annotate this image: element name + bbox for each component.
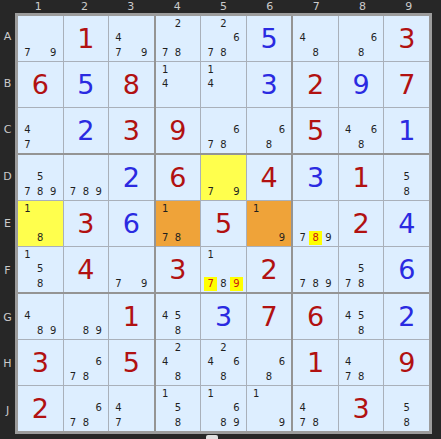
candidate-1: 1 — [204, 387, 217, 401]
cell-C1[interactable]: 47 — [18, 108, 63, 153]
empty-slot — [355, 109, 368, 123]
cell-value: 2 — [123, 164, 140, 191]
cell-value: 2 — [353, 210, 370, 237]
cell-value: 3 — [169, 256, 186, 283]
empty-slot — [67, 309, 80, 323]
candidate-grid: 789 — [67, 156, 106, 199]
empty-slot — [322, 17, 335, 31]
cell-H1[interactable]: 3 — [18, 340, 63, 385]
cell-value: 9 — [398, 349, 415, 376]
cell-G4[interactable]: 458 — [156, 294, 201, 339]
empty-slot — [138, 387, 151, 401]
candidate-grid: 19 — [250, 202, 289, 245]
empty-slot — [342, 248, 355, 262]
candidate-4: 4 — [112, 401, 125, 415]
cell-J9[interactable]: 58 — [384, 386, 429, 431]
empty-slot — [250, 401, 263, 415]
cell-B4[interactable]: 14 — [156, 62, 201, 107]
cell-value: 9 — [169, 117, 186, 144]
empty-slot — [204, 31, 217, 45]
cell-D8[interactable]: 1 — [339, 155, 384, 200]
cell-E5[interactable]: 5 — [201, 201, 246, 246]
empty-slot — [125, 277, 138, 291]
candidate-8: 8 — [34, 231, 47, 245]
empty-slot — [322, 216, 335, 230]
empty-slot — [387, 170, 400, 184]
candidate-1: 1 — [21, 248, 34, 262]
cell-B8[interactable]: 9 — [339, 62, 384, 107]
box-7: 48989136785267847 — [18, 294, 154, 431]
empty-slot — [21, 31, 34, 45]
candidate-1: 1 — [159, 387, 172, 401]
candidate-9: 9 — [322, 277, 335, 291]
empty-slot — [204, 401, 217, 415]
empty-slot — [275, 216, 288, 230]
cell-G1[interactable]: 489 — [18, 294, 63, 339]
candidate-grid: 79 — [112, 248, 151, 291]
empty-slot — [263, 401, 276, 415]
cell-E6[interactable]: 19 — [247, 201, 292, 246]
cell-H2[interactable]: 678 — [64, 340, 109, 385]
cell-C2[interactable]: 2 — [64, 108, 109, 153]
empty-slot — [79, 156, 92, 170]
empty-slot — [67, 156, 80, 170]
candidate-8: 8 — [34, 185, 47, 199]
cell-A3[interactable]: 479 — [109, 16, 154, 61]
empty-slot — [275, 138, 288, 152]
column-label-6: 6 — [247, 0, 293, 13]
cell-H4[interactable]: 248 — [156, 340, 201, 385]
cell-J7[interactable]: 478 — [293, 386, 338, 431]
empty-slot — [159, 216, 172, 230]
cell-F7[interactable]: 789 — [293, 247, 338, 292]
cell-D4[interactable]: 6 — [156, 155, 201, 200]
cell-G6[interactable]: 7 — [247, 294, 292, 339]
candidate-9: 9 — [230, 185, 243, 199]
cell-D2[interactable]: 789 — [64, 155, 109, 200]
empty-slot — [34, 216, 47, 230]
candidate-1: 1 — [204, 63, 217, 77]
box-1: 7914796584723 — [18, 16, 154, 153]
box-3: 4868329754681 — [293, 16, 429, 153]
cell-F6[interactable]: 2 — [247, 247, 292, 292]
candidate-2: 2 — [172, 17, 185, 31]
cell-H3[interactable]: 5 — [109, 340, 154, 385]
cell-F9[interactable]: 6 — [384, 247, 429, 292]
box-2: 2782678514143967868 — [156, 16, 292, 153]
cell-value: 3 — [353, 395, 370, 422]
candidate-grid: 468 — [342, 109, 381, 152]
empty-slot — [387, 185, 400, 199]
empty-slot — [355, 295, 368, 309]
cell-value: 2 — [77, 117, 94, 144]
empty-slot — [172, 92, 185, 106]
empty-slot — [217, 31, 230, 45]
candidate-8: 8 — [172, 231, 185, 245]
cell-A8[interactable]: 68 — [339, 16, 384, 61]
candidate-grid: 2678 — [204, 17, 243, 60]
empty-slot — [230, 77, 243, 91]
empty-slot — [21, 156, 34, 170]
cell-A7[interactable]: 48 — [293, 16, 338, 61]
empty-slot — [184, 341, 197, 355]
candidate-grid: 489 — [21, 295, 60, 338]
empty-slot — [309, 401, 322, 415]
empty-slot — [172, 31, 185, 45]
empty-slot — [296, 46, 309, 60]
candidate-2: 2 — [217, 17, 230, 31]
cell-B2[interactable]: 5 — [64, 62, 109, 107]
candidate-7: 7 — [296, 416, 309, 430]
cell-D7[interactable]: 3 — [293, 155, 338, 200]
empty-slot — [184, 295, 197, 309]
candidate-grid: 158 — [159, 387, 198, 430]
empty-slot — [296, 262, 309, 276]
box-8: 45837248246868158168919 — [156, 294, 292, 431]
cell-J8[interactable]: 3 — [339, 386, 384, 431]
candidate-2: 2 — [172, 341, 185, 355]
candidate-grid: 89 — [67, 295, 106, 338]
column-labels: 123456789 — [15, 0, 432, 13]
empty-slot — [342, 295, 355, 309]
empty-slot — [368, 109, 381, 123]
cell-J4[interactable]: 158 — [156, 386, 201, 431]
empty-slot — [47, 170, 60, 184]
cell-G9[interactable]: 2 — [384, 294, 429, 339]
cell-A1[interactable]: 79 — [18, 16, 63, 61]
empty-slot — [204, 123, 217, 137]
candidate-grid: 19 — [250, 387, 289, 430]
cell-G7[interactable]: 6 — [293, 294, 338, 339]
cell-A2[interactable]: 1 — [64, 16, 109, 61]
empty-slot — [184, 77, 197, 91]
empty-slot — [342, 324, 355, 338]
cell-H5[interactable]: 2468 — [201, 340, 246, 385]
column-label-1: 1 — [15, 0, 61, 13]
cell-E3[interactable]: 6 — [109, 201, 154, 246]
cell-C5[interactable]: 678 — [201, 108, 246, 153]
candidate-7: 7 — [112, 46, 125, 60]
empty-slot — [368, 277, 381, 291]
candidate-4: 4 — [112, 31, 125, 45]
empty-slot — [47, 123, 60, 137]
candidate-8: 8 — [79, 185, 92, 199]
candidate-6: 6 — [275, 355, 288, 369]
empty-slot — [413, 401, 426, 415]
empty-slot — [309, 387, 322, 401]
empty-slot — [263, 109, 276, 123]
cell-D5[interactable]: 79 — [201, 155, 246, 200]
candidate-8: 8 — [79, 416, 92, 430]
cell-E2[interactable]: 3 — [64, 201, 109, 246]
empty-slot — [92, 387, 105, 401]
candidate-7: 7 — [112, 277, 125, 291]
empty-slot — [21, 216, 34, 230]
empty-slot — [217, 123, 230, 137]
empty-slot — [159, 370, 172, 384]
candidate-7: 7 — [67, 185, 80, 199]
cell-G2[interactable]: 89 — [64, 294, 109, 339]
candidate-1: 1 — [250, 387, 263, 401]
candidate-9: 9 — [92, 185, 105, 199]
cell-B3[interactable]: 8 — [109, 62, 154, 107]
empty-slot — [92, 156, 105, 170]
candidate-grid: 68 — [250, 341, 289, 384]
candidate-4: 4 — [296, 401, 309, 415]
empty-slot — [413, 416, 426, 430]
candidate-7: 7 — [67, 416, 80, 430]
candidate-7: 7 — [204, 277, 217, 291]
candidate-5: 5 — [34, 170, 47, 184]
row-label-G: G — [0, 294, 15, 341]
empty-slot — [125, 387, 138, 401]
empty-slot — [34, 309, 47, 323]
empty-slot — [400, 156, 413, 170]
candidate-5: 5 — [355, 262, 368, 276]
candidate-9: 9 — [138, 46, 151, 60]
empty-slot — [230, 138, 243, 152]
empty-slot — [184, 46, 197, 60]
cell-J5[interactable]: 1689 — [201, 386, 246, 431]
empty-slot — [230, 17, 243, 31]
empty-slot — [322, 416, 335, 430]
empty-slot — [21, 277, 34, 291]
cell-value: 6 — [123, 210, 140, 237]
candidate-7: 7 — [204, 185, 217, 199]
cell-value: 3 — [215, 303, 232, 330]
empty-slot — [230, 46, 243, 60]
cell-J3[interactable]: 47 — [109, 386, 154, 431]
empty-slot — [309, 202, 322, 216]
cell-J2[interactable]: 678 — [64, 386, 109, 431]
empty-slot — [275, 202, 288, 216]
cell-E7[interactable]: 789 — [293, 201, 338, 246]
empty-slot — [368, 248, 381, 262]
row-label-B: B — [0, 60, 15, 107]
empty-slot — [355, 341, 368, 355]
empty-slot — [47, 202, 60, 216]
empty-slot — [112, 387, 125, 401]
candidate-7: 7 — [342, 277, 355, 291]
cell-H6[interactable]: 68 — [247, 340, 292, 385]
candidate-5: 5 — [355, 309, 368, 323]
empty-slot — [355, 248, 368, 262]
empty-slot — [217, 262, 230, 276]
empty-slot — [138, 262, 151, 276]
candidate-6: 6 — [230, 355, 243, 369]
cell-C9[interactable]: 1 — [384, 108, 429, 153]
cell-A5[interactable]: 2678 — [201, 16, 246, 61]
empty-slot — [159, 31, 172, 45]
cell-C7[interactable]: 5 — [293, 108, 338, 153]
empty-slot — [296, 387, 309, 401]
cell-value: 4 — [398, 210, 415, 237]
column-label-2: 2 — [61, 0, 107, 13]
candidate-1: 1 — [159, 63, 172, 77]
cell-H8[interactable]: 478 — [339, 340, 384, 385]
empty-slot — [34, 138, 47, 152]
empty-slot — [138, 416, 151, 430]
cell-F8[interactable]: 578 — [339, 247, 384, 292]
candidate-6: 6 — [368, 31, 381, 45]
cell-D1[interactable]: 5789 — [18, 155, 63, 200]
empty-slot — [92, 295, 105, 309]
column-label-9: 9 — [386, 0, 432, 13]
cell-J6[interactable]: 19 — [247, 386, 292, 431]
empty-slot — [309, 17, 322, 31]
row-label-J: J — [0, 387, 15, 434]
cell-J1[interactable]: 2 — [18, 386, 63, 431]
candidate-7: 7 — [67, 370, 80, 384]
empty-slot — [125, 416, 138, 430]
candidate-8: 8 — [217, 277, 230, 291]
empty-slot — [230, 387, 243, 401]
empty-slot — [217, 401, 230, 415]
empty-slot — [204, 92, 217, 106]
candidate-grid: 158 — [21, 248, 60, 291]
cell-G8[interactable]: 458 — [339, 294, 384, 339]
empty-slot — [67, 401, 80, 415]
cell-H9[interactable]: 9 — [384, 340, 429, 385]
empty-slot — [47, 309, 60, 323]
candidate-grid: 178 — [159, 202, 198, 245]
empty-slot — [159, 92, 172, 106]
empty-slot — [368, 309, 381, 323]
candidate-8: 8 — [400, 185, 413, 199]
empty-slot — [172, 295, 185, 309]
empty-slot — [204, 17, 217, 31]
empty-slot — [413, 170, 426, 184]
cell-F5[interactable]: 1789 — [201, 247, 246, 292]
empty-slot — [47, 31, 60, 45]
cell-F4[interactable]: 3 — [156, 247, 201, 292]
empty-slot — [184, 355, 197, 369]
cell-B9[interactable]: 7 — [384, 62, 429, 107]
candidate-grid: 458 — [159, 295, 198, 338]
cell-G3[interactable]: 1 — [109, 294, 154, 339]
empty-slot — [172, 355, 185, 369]
cell-value: 6 — [307, 303, 324, 330]
cell-C8[interactable]: 468 — [339, 108, 384, 153]
candidate-7: 7 — [112, 416, 125, 430]
empty-slot — [342, 138, 355, 152]
candidate-4: 4 — [204, 77, 217, 91]
cell-A6[interactable]: 5 — [247, 16, 292, 61]
candidate-9: 9 — [47, 324, 60, 338]
cell-D6[interactable]: 4 — [247, 155, 292, 200]
empty-slot — [47, 17, 60, 31]
empty-slot — [172, 77, 185, 91]
cell-B6[interactable]: 3 — [247, 62, 292, 107]
candidate-grid: 678 — [67, 387, 106, 430]
empty-slot — [368, 17, 381, 31]
empty-slot — [263, 341, 276, 355]
candidate-5: 5 — [400, 401, 413, 415]
cell-value: 1 — [353, 164, 370, 191]
cell-C6[interactable]: 68 — [247, 108, 292, 153]
empty-slot — [355, 31, 368, 45]
candidate-6: 6 — [275, 123, 288, 137]
candidate-8: 8 — [355, 324, 368, 338]
cell-C4[interactable]: 9 — [156, 108, 201, 153]
empty-slot — [34, 156, 47, 170]
candidate-grid: 789 — [296, 202, 335, 245]
candidate-5: 5 — [172, 309, 185, 323]
empty-slot — [342, 31, 355, 45]
empty-slot — [184, 309, 197, 323]
candidate-grid: 278 — [159, 17, 198, 60]
cell-B5[interactable]: 14 — [201, 62, 246, 107]
cell-F3[interactable]: 79 — [109, 247, 154, 292]
empty-slot — [368, 138, 381, 152]
empty-slot — [387, 387, 400, 401]
candidate-grid: 68 — [250, 109, 289, 152]
empty-slot — [217, 248, 230, 262]
empty-slot — [230, 341, 243, 355]
empty-slot — [342, 46, 355, 60]
candidate-grid: 248 — [159, 341, 198, 384]
box-5: 6794178519317892 — [156, 155, 292, 292]
candidate-8: 8 — [172, 370, 185, 384]
cell-F1[interactable]: 158 — [18, 247, 63, 292]
cell-H7[interactable]: 1 — [293, 340, 338, 385]
empty-slot — [250, 123, 263, 137]
candidate-grid: 14 — [204, 63, 243, 106]
empty-slot — [230, 248, 243, 262]
cell-value: 9 — [353, 71, 370, 98]
candidate-grid: 478 — [342, 341, 381, 384]
cell-E4[interactable]: 178 — [156, 201, 201, 246]
cell-G5[interactable]: 3 — [201, 294, 246, 339]
empty-slot — [34, 202, 47, 216]
cell-value: 5 — [307, 117, 324, 144]
cell-B7[interactable]: 2 — [293, 62, 338, 107]
cell-D9[interactable]: 58 — [384, 155, 429, 200]
cell-F2[interactable]: 4 — [64, 247, 109, 292]
empty-slot — [250, 109, 263, 123]
column-label-5: 5 — [200, 0, 246, 13]
empty-slot — [92, 341, 105, 355]
cell-D3[interactable]: 2 — [109, 155, 154, 200]
cell-A4[interactable]: 278 — [156, 16, 201, 61]
row-label-C: C — [0, 107, 15, 154]
cell-A9[interactable]: 3 — [384, 16, 429, 61]
empty-slot — [413, 387, 426, 401]
cell-value: 7 — [260, 303, 277, 330]
empty-slot — [413, 185, 426, 199]
empty-slot — [47, 248, 60, 262]
candidate-7: 7 — [296, 277, 309, 291]
empty-slot — [204, 341, 217, 355]
empty-slot — [159, 324, 172, 338]
candidate-6: 6 — [230, 401, 243, 415]
empty-slot — [67, 295, 80, 309]
cell-E1[interactable]: 18 — [18, 201, 63, 246]
empty-slot — [342, 341, 355, 355]
cell-E9[interactable]: 4 — [384, 201, 429, 246]
empty-slot — [368, 262, 381, 276]
cell-B1[interactable]: 6 — [18, 62, 63, 107]
empty-slot — [275, 341, 288, 355]
cell-E8[interactable]: 2 — [339, 201, 384, 246]
empty-slot — [159, 416, 172, 430]
candidate-grid: 478 — [296, 387, 335, 430]
candidate-5: 5 — [34, 262, 47, 276]
cell-C3[interactable]: 3 — [109, 108, 154, 153]
empty-slot — [159, 341, 172, 355]
empty-slot — [159, 295, 172, 309]
empty-slot — [125, 401, 138, 415]
